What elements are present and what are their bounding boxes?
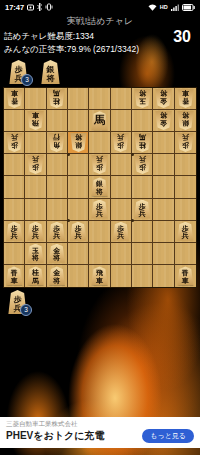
board-cell[interactable] [111, 154, 132, 176]
shogi-piece-gold-gote[interactable]: 金将 [155, 89, 172, 108]
app-screen: 17:47 HD 実戦!詰めチャレ 詰めチャレ難易度:1334 みんなの正答率:… [0, 0, 200, 455]
board-cell[interactable] [132, 176, 153, 198]
board-cell[interactable]: 飛車 [25, 110, 46, 132]
board-cell[interactable] [89, 221, 110, 243]
board-cell[interactable]: 歩兵 [175, 132, 196, 154]
board-cell[interactable] [68, 176, 89, 198]
board-cell[interactable] [111, 176, 132, 198]
shogi-piece-pawn-sente[interactable]: 歩兵 [6, 222, 23, 241]
board-cell[interactable]: 桂馬 [132, 132, 153, 154]
shogi-board[interactable]: 香車桂馬玉将金将香車飛車馬金将銀将歩兵角行銀将歩兵桂馬歩兵歩兵歩兵歩兵銀将歩兵歩… [3, 87, 197, 288]
board-cell[interactable] [4, 154, 25, 176]
board-cell[interactable]: 桂馬 [25, 265, 46, 287]
board-cell[interactable]: 歩兵 [89, 154, 110, 176]
shogi-piece-lance-sente[interactable]: 香車 [177, 266, 194, 285]
board-cell[interactable] [68, 88, 89, 110]
shogi-piece-pawn-sente[interactable]: 歩兵 [134, 200, 151, 219]
board-cell[interactable] [132, 110, 153, 132]
shogi-piece-pawn-sente[interactable]: 歩兵 [48, 222, 65, 241]
board-cell[interactable] [175, 199, 196, 221]
board-cell[interactable] [47, 110, 68, 132]
board-cell[interactable]: 香車 [4, 265, 25, 287]
board-cell[interactable]: 銀将 [175, 110, 196, 132]
captured-pawn-gote[interactable]: 歩兵3 [9, 60, 28, 84]
board-cell[interactable] [47, 154, 68, 176]
board-cell[interactable] [25, 199, 46, 221]
shogi-piece-bishop-gote[interactable]: 角行 [48, 133, 65, 152]
board-cell[interactable] [153, 199, 174, 221]
board-cell[interactable] [153, 221, 174, 243]
board-cell[interactable]: 香車 [175, 88, 196, 110]
board-cell[interactable] [4, 243, 25, 265]
battery-icon [182, 4, 195, 11]
countdown-timer: 30 [173, 28, 191, 46]
board-cell[interactable] [111, 88, 132, 110]
board-cell[interactable]: 香車 [4, 88, 25, 110]
shogi-piece-gold-gote[interactable]: 金将 [155, 111, 172, 130]
shogi-piece-pawn-sente[interactable]: 歩兵 [112, 222, 129, 241]
board-cell[interactable] [111, 199, 132, 221]
shogi-piece-lance-gote[interactable]: 香車 [6, 89, 23, 108]
board-cell[interactable]: 歩兵 [25, 221, 46, 243]
clock: 17:47 [5, 3, 24, 12]
board-cell[interactable]: 歩兵 [111, 221, 132, 243]
network-type-label: HD [160, 4, 168, 10]
board-cell[interactable]: 歩兵 [25, 154, 46, 176]
wifi-icon [148, 4, 157, 11]
board-cell[interactable] [25, 132, 46, 154]
board-cell[interactable] [25, 88, 46, 110]
board-cell[interactable] [4, 110, 25, 132]
board-cell[interactable] [68, 154, 89, 176]
board-cell[interactable] [153, 132, 174, 154]
board-cell[interactable]: 金将 [153, 110, 174, 132]
shogi-piece-silver-sente[interactable]: 銀将 [41, 60, 60, 84]
difficulty-label: 詰めチャレ難易度:1334 [4, 30, 139, 43]
vibrate-icon [45, 3, 53, 11]
shogi-piece-silver-gote[interactable]: 銀将 [70, 133, 87, 152]
accuracy-label: みんなの正答率:79.9% (2671/3342) [4, 43, 139, 56]
board-cell[interactable]: 金将 [47, 265, 68, 287]
board-cell[interactable]: 銀将 [68, 132, 89, 154]
shogi-piece-promoted-bishop-sente[interactable]: 馬 [91, 111, 108, 130]
board-cell[interactable]: 玉将 [25, 243, 46, 265]
shogi-piece-lance-sente[interactable]: 香車 [6, 266, 23, 285]
board-cell[interactable] [111, 243, 132, 265]
board-cell[interactable]: 香車 [175, 265, 196, 287]
shogi-piece-gold-sente[interactable]: 金将 [48, 244, 65, 263]
board-star-point [131, 153, 134, 156]
board-cell[interactable]: 金将 [47, 243, 68, 265]
board-cell[interactable] [89, 243, 110, 265]
board-cell[interactable]: 玉将 [132, 88, 153, 110]
shogi-piece-knight-gote[interactable]: 桂馬 [48, 89, 65, 108]
ad-banner[interactable]: 三菱自動車工業株式会社 PHEVをおトクに充電 もっと見る [0, 417, 200, 448]
screenshot-icon [27, 4, 34, 11]
board-star-point [67, 219, 70, 222]
board-cell[interactable] [68, 243, 89, 265]
ad-headline: PHEVをおトクに充電 [6, 429, 104, 443]
board-star-point [131, 219, 134, 222]
board-cell[interactable] [153, 176, 174, 198]
shogi-piece-pawn-gote[interactable]: 歩兵 [91, 155, 108, 174]
gote-captured-tray: 歩兵3銀将 [9, 60, 60, 84]
shogi-piece-pawn-gote[interactable]: 歩兵 [6, 133, 23, 152]
board-cell[interactable] [111, 265, 132, 287]
board-cell[interactable]: 歩兵 [47, 221, 68, 243]
signal-bars-icon [171, 4, 179, 11]
board-cell[interactable]: 歩兵 [4, 221, 25, 243]
shogi-piece-knight-gote[interactable]: 桂馬 [134, 133, 151, 152]
ad-cta-button[interactable]: もっと見る [142, 429, 194, 443]
board-cell[interactable]: 歩兵 [4, 132, 25, 154]
board-cell[interactable] [153, 265, 174, 287]
board-cell[interactable]: 歩兵 [175, 221, 196, 243]
status-bar: 17:47 HD [0, 0, 200, 14]
puzzle-info: 詰めチャレ難易度:1334 みんなの正答率:79.9% (2671/3342) [4, 30, 139, 56]
captured-silver-gote[interactable]: 銀将 [41, 60, 60, 84]
shogi-piece-pawn-sente[interactable]: 歩兵 [27, 222, 44, 241]
shogi-piece-pawn-gote[interactable]: 歩兵 [177, 133, 194, 152]
shogi-piece-knight-sente[interactable]: 桂馬 [27, 266, 44, 285]
board-cell[interactable] [89, 132, 110, 154]
board-cell[interactable]: 角行 [47, 132, 68, 154]
shogi-piece-rook-gote[interactable]: 飛車 [27, 111, 44, 130]
board-cell[interactable] [132, 221, 153, 243]
board-cell[interactable] [175, 154, 196, 176]
captured-pawn-sente[interactable]: 歩兵3 [8, 290, 27, 314]
board-cell[interactable] [47, 176, 68, 198]
board-cell[interactable] [68, 199, 89, 221]
shogi-piece-king-sente[interactable]: 玉将 [27, 244, 44, 263]
board-cell[interactable]: 金将 [153, 88, 174, 110]
board-cell[interactable] [153, 243, 174, 265]
board-cell[interactable] [132, 265, 153, 287]
board-cell[interactable]: 歩兵 [68, 221, 89, 243]
ad-company: 三菱自動車工業株式会社 [6, 419, 194, 428]
shogi-piece-pawn-sente[interactable]: 歩兵 [70, 222, 87, 241]
board-cell[interactable] [111, 110, 132, 132]
sente-captured-tray: 歩兵3 [8, 290, 27, 314]
board-cell[interactable]: 歩兵 [89, 199, 110, 221]
board-cell[interactable]: 馬 [89, 110, 110, 132]
shogi-piece-lance-gote[interactable]: 香車 [177, 89, 194, 108]
shogi-piece-king-gote[interactable]: 玉将 [134, 89, 151, 108]
board-cell[interactable]: 歩兵 [132, 199, 153, 221]
board-cell[interactable] [89, 88, 110, 110]
board-cell[interactable]: 桂馬 [47, 88, 68, 110]
shogi-piece-pawn-gote[interactable]: 歩兵 [27, 155, 44, 174]
shogi-piece-rook-sente[interactable]: 飛車 [91, 266, 108, 285]
shogi-piece-pawn-sente[interactable]: 歩兵 [91, 200, 108, 219]
captured-count-badge: 3 [21, 74, 33, 86]
board-cell[interactable]: 銀将 [89, 176, 110, 198]
board-cell[interactable] [68, 110, 89, 132]
board-cell[interactable] [132, 243, 153, 265]
board-cell[interactable] [153, 154, 174, 176]
board-cell[interactable]: 歩兵 [132, 154, 153, 176]
board-star-point [67, 153, 70, 156]
captured-count-badge: 3 [20, 304, 32, 316]
shogi-piece-silver-gote[interactable]: 銀将 [177, 111, 194, 130]
shogi-piece-silver-sente[interactable]: 銀将 [91, 177, 108, 196]
board-cell[interactable] [25, 176, 46, 198]
board-cell[interactable]: 歩兵 [111, 132, 132, 154]
shogi-piece-pawn-gote[interactable]: 歩兵 [112, 133, 129, 152]
board-cell[interactable] [47, 199, 68, 221]
board-cell[interactable] [175, 243, 196, 265]
board-cell[interactable]: 飛車 [89, 265, 110, 287]
page-title: 実戦!詰めチャレ [0, 14, 200, 28]
board-cell[interactable] [175, 176, 196, 198]
board-cell[interactable] [4, 199, 25, 221]
board-cell[interactable] [4, 176, 25, 198]
shogi-piece-pawn-gote[interactable]: 歩兵 [134, 155, 151, 174]
board-cell[interactable] [68, 265, 89, 287]
bluetooth-icon [37, 3, 42, 11]
shogi-piece-pawn-sente[interactable]: 歩兵 [177, 222, 194, 241]
shogi-piece-gold-sente[interactable]: 金将 [48, 266, 65, 285]
